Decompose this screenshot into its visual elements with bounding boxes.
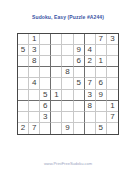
cell-r7c6 bbox=[74, 101, 85, 112]
cell-r4c3 bbox=[40, 67, 51, 78]
cell-r1c4 bbox=[51, 34, 62, 45]
cell-r9c4 bbox=[51, 123, 62, 134]
cell-r4c9 bbox=[107, 67, 118, 78]
cell-r2c2: 3 bbox=[29, 45, 40, 56]
cell-r2c3 bbox=[40, 45, 51, 56]
cell-r5c3 bbox=[40, 78, 51, 89]
cell-r5c5 bbox=[62, 78, 73, 89]
cell-r4c2 bbox=[29, 67, 40, 78]
cell-r8c5 bbox=[62, 112, 73, 123]
cell-r4c8 bbox=[96, 67, 107, 78]
cell-r3c2: 8 bbox=[29, 56, 40, 67]
cell-r5c1 bbox=[18, 78, 29, 89]
page-title: Sudoku, Easy (Puzzle #A244) bbox=[0, 14, 136, 21]
cell-r9c9 bbox=[107, 123, 118, 134]
sudoku-sheet: Sudoku, Easy (Puzzle #A244) 173539486218… bbox=[0, 0, 136, 176]
cell-r2c8 bbox=[96, 45, 107, 56]
sudoku-grid: 17353948621845765139681372795 bbox=[17, 33, 119, 135]
cell-r1c7 bbox=[85, 34, 96, 45]
cell-r4c6 bbox=[74, 67, 85, 78]
cell-r8c2 bbox=[29, 112, 40, 123]
cell-r6c3: 5 bbox=[40, 90, 51, 101]
cell-r2c6: 9 bbox=[74, 45, 85, 56]
cell-r7c4 bbox=[51, 101, 62, 112]
cell-r3c3 bbox=[40, 56, 51, 67]
cell-r3c4 bbox=[51, 56, 62, 67]
cell-r1c9: 3 bbox=[107, 34, 118, 45]
cell-r8c4 bbox=[51, 112, 62, 123]
cell-r2c9 bbox=[107, 45, 118, 56]
cell-r9c2: 7 bbox=[29, 123, 40, 134]
cell-r5c6: 5 bbox=[74, 78, 85, 89]
cell-r3c9 bbox=[107, 56, 118, 67]
cell-r8c7 bbox=[85, 112, 96, 123]
cell-r6c1 bbox=[18, 90, 29, 101]
cell-r8c6 bbox=[74, 112, 85, 123]
cell-r7c9: 1 bbox=[107, 101, 118, 112]
cell-r9c6 bbox=[74, 123, 85, 134]
cell-r3c5 bbox=[62, 56, 73, 67]
cell-r9c8: 5 bbox=[96, 123, 107, 134]
cell-r4c4 bbox=[51, 67, 62, 78]
cell-r9c7 bbox=[85, 123, 96, 134]
cell-r3c7: 2 bbox=[85, 56, 96, 67]
cell-r2c5 bbox=[62, 45, 73, 56]
cell-r5c4 bbox=[51, 78, 62, 89]
cell-r1c6 bbox=[74, 34, 85, 45]
cell-r2c1: 5 bbox=[18, 45, 29, 56]
cell-r6c7: 3 bbox=[85, 90, 96, 101]
cell-r7c7: 8 bbox=[85, 101, 96, 112]
cell-r7c5 bbox=[62, 101, 73, 112]
cell-r1c5 bbox=[62, 34, 73, 45]
cell-r5c7: 7 bbox=[85, 78, 96, 89]
cell-r6c9 bbox=[107, 90, 118, 101]
cell-r6c2 bbox=[29, 90, 40, 101]
cell-r9c3 bbox=[40, 123, 51, 134]
cell-r9c5: 9 bbox=[62, 123, 73, 134]
cell-r1c2: 1 bbox=[29, 34, 40, 45]
cell-r7c3: 6 bbox=[40, 101, 51, 112]
footer-url: www.PrintFreeSudoku.com bbox=[0, 161, 136, 166]
cell-r3c1 bbox=[18, 56, 29, 67]
cell-r7c8 bbox=[96, 101, 107, 112]
cell-r7c1 bbox=[18, 101, 29, 112]
cell-r6c5 bbox=[62, 90, 73, 101]
cell-r1c3 bbox=[40, 34, 51, 45]
cell-r1c8: 7 bbox=[96, 34, 107, 45]
cell-r8c8 bbox=[96, 112, 107, 123]
cell-r2c4 bbox=[51, 45, 62, 56]
cell-r4c7 bbox=[85, 67, 96, 78]
cell-r3c6: 6 bbox=[74, 56, 85, 67]
cell-r3c8: 1 bbox=[96, 56, 107, 67]
cell-r5c8: 6 bbox=[96, 78, 107, 89]
cell-r4c5: 8 bbox=[62, 67, 73, 78]
cell-r8c1 bbox=[18, 112, 29, 123]
cell-r6c4: 1 bbox=[51, 90, 62, 101]
cell-r7c2 bbox=[29, 101, 40, 112]
cell-r5c2: 4 bbox=[29, 78, 40, 89]
cell-r1c1 bbox=[18, 34, 29, 45]
cell-r5c9 bbox=[107, 78, 118, 89]
cell-r9c1: 2 bbox=[18, 123, 29, 134]
cell-r8c3: 3 bbox=[40, 112, 51, 123]
cell-r8c9: 7 bbox=[107, 112, 118, 123]
cell-r6c8: 9 bbox=[96, 90, 107, 101]
cell-r4c1 bbox=[18, 67, 29, 78]
cell-r6c6 bbox=[74, 90, 85, 101]
cell-r2c7: 4 bbox=[85, 45, 96, 56]
